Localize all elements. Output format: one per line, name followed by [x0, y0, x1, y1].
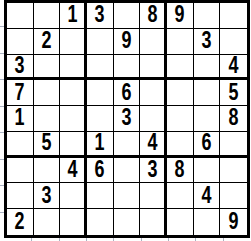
- sudoku-cell[interactable]: [167, 106, 194, 132]
- sudoku-cell[interactable]: [34, 55, 61, 81]
- sudoku-cell[interactable]: [114, 55, 141, 81]
- given-digit: 9: [229, 210, 239, 234]
- gridline-tick: [0, 132, 4, 133]
- sudoku-cell[interactable]: [220, 158, 247, 184]
- sudoku-cell[interactable]: [34, 80, 61, 106]
- given-digit: 8: [175, 158, 185, 182]
- given-digit: 3: [95, 3, 105, 27]
- given-digit: 1: [95, 132, 105, 155]
- sudoku-cell[interactable]: [140, 183, 167, 209]
- sudoku-cell[interactable]: [34, 106, 61, 132]
- given-digit: 6: [122, 81, 132, 105]
- sudoku-cell[interactable]: [194, 209, 221, 235]
- sudoku-cell[interactable]: 3: [34, 183, 61, 209]
- sudoku-cell[interactable]: [167, 209, 194, 235]
- sudoku-cell[interactable]: [87, 29, 114, 55]
- sudoku-cell[interactable]: 1: [7, 106, 34, 132]
- sudoku-cell[interactable]: [167, 80, 194, 106]
- given-digit: 4: [202, 184, 212, 208]
- given-digit: 3: [147, 158, 157, 182]
- sudoku-cell[interactable]: 2: [34, 29, 61, 55]
- sudoku-cell[interactable]: [114, 158, 141, 184]
- given-digit: 8: [147, 3, 157, 27]
- sudoku-cell[interactable]: 8: [140, 3, 167, 29]
- sudoku-cell[interactable]: 9: [167, 3, 194, 29]
- sudoku-cell[interactable]: [140, 209, 167, 235]
- sudoku-cell[interactable]: [60, 209, 87, 235]
- given-digit: 1: [15, 106, 25, 130]
- sudoku-cell[interactable]: [87, 80, 114, 106]
- sudoku-cell[interactable]: [140, 106, 167, 132]
- sudoku-cell[interactable]: 2: [7, 209, 34, 235]
- sudoku-cell[interactable]: [34, 158, 61, 184]
- sudoku-cell[interactable]: 8: [220, 106, 247, 132]
- sudoku-cell[interactable]: 6: [114, 80, 141, 106]
- given-digit: 4: [147, 132, 157, 155]
- given-digit: 1: [67, 3, 77, 27]
- sudoku-cell[interactable]: 3: [7, 55, 34, 81]
- sudoku-cell[interactable]: [167, 29, 194, 55]
- given-digit: 3: [15, 55, 25, 78]
- sudoku-cell[interactable]: [87, 106, 114, 132]
- sudoku-cell[interactable]: [220, 29, 247, 55]
- sudoku-screenshot: 138929334765138514646383429: [0, 0, 251, 241]
- given-digit: 3: [42, 184, 52, 208]
- sudoku-cell[interactable]: 4: [194, 183, 221, 209]
- given-digit: 9: [122, 29, 132, 53]
- sudoku-cell[interactable]: [194, 55, 221, 81]
- sudoku-cell[interactable]: 9: [114, 29, 141, 55]
- sudoku-cell[interactable]: [60, 29, 87, 55]
- sudoku-cell[interactable]: 3: [140, 158, 167, 184]
- gridline-tick: [0, 79, 4, 80]
- sudoku-cell[interactable]: 3: [114, 106, 141, 132]
- given-digit: 5: [42, 132, 52, 155]
- sudoku-cell[interactable]: [167, 183, 194, 209]
- sudoku-cell[interactable]: [114, 3, 141, 29]
- given-digit: 8: [229, 106, 239, 130]
- sudoku-cell[interactable]: [60, 106, 87, 132]
- given-digit: 3: [122, 106, 132, 130]
- gridline-tick: [0, 212, 4, 213]
- given-digit: 4: [229, 55, 239, 78]
- sudoku-cell[interactable]: [87, 209, 114, 235]
- sudoku-cell[interactable]: [7, 183, 34, 209]
- sudoku-cell[interactable]: [60, 55, 87, 81]
- sudoku-cell[interactable]: [87, 55, 114, 81]
- gridline-tick: [0, 53, 4, 54]
- sudoku-cell[interactable]: [114, 209, 141, 235]
- sudoku-cell[interactable]: [60, 183, 87, 209]
- sudoku-cell[interactable]: [220, 132, 247, 158]
- sudoku-cell[interactable]: 6: [194, 132, 221, 158]
- sudoku-cell[interactable]: [140, 55, 167, 81]
- sudoku-cell[interactable]: 4: [60, 158, 87, 184]
- sudoku-cell[interactable]: 7: [7, 80, 34, 106]
- sudoku-cell[interactable]: 1: [87, 132, 114, 158]
- sudoku-cell[interactable]: [114, 183, 141, 209]
- sudoku-cell[interactable]: 4: [140, 132, 167, 158]
- sudoku-cell[interactable]: 5: [220, 80, 247, 106]
- gridline-tick: [0, 185, 4, 186]
- sudoku-cell[interactable]: [194, 158, 221, 184]
- sudoku-cell[interactable]: 4: [220, 55, 247, 81]
- sudoku-cell[interactable]: 8: [167, 158, 194, 184]
- sudoku-cell[interactable]: [220, 3, 247, 29]
- sudoku-cell[interactable]: [7, 132, 34, 158]
- gridline-tick: [0, 159, 4, 160]
- sudoku-cell[interactable]: 6: [87, 158, 114, 184]
- sudoku-cell[interactable]: [194, 106, 221, 132]
- given-digit: 6: [95, 158, 105, 182]
- sudoku-cell[interactable]: [7, 3, 34, 29]
- sudoku-cell[interactable]: [34, 209, 61, 235]
- given-digit: 5: [229, 81, 239, 105]
- given-digit: 6: [202, 132, 212, 155]
- sudoku-cell[interactable]: [87, 183, 114, 209]
- sudoku-cell[interactable]: 9: [220, 209, 247, 235]
- sudoku-cell[interactable]: [34, 3, 61, 29]
- sudoku-cell[interactable]: 3: [194, 29, 221, 55]
- sudoku-cell[interactable]: [167, 132, 194, 158]
- given-digit: 2: [15, 210, 25, 234]
- sudoku-cell[interactable]: [194, 80, 221, 106]
- sudoku-cell[interactable]: [220, 183, 247, 209]
- sudoku-cell[interactable]: [60, 80, 87, 106]
- sudoku-board: 138929334765138514646383429: [4, 0, 250, 238]
- sudoku-cell[interactable]: [140, 80, 167, 106]
- sudoku-cell[interactable]: [7, 29, 34, 55]
- gridline-tick: [0, 26, 4, 27]
- sudoku-cell[interactable]: 1: [60, 3, 87, 29]
- sudoku-cell[interactable]: 5: [34, 132, 61, 158]
- sudoku-cell[interactable]: [7, 158, 34, 184]
- sudoku-cell[interactable]: 3: [87, 3, 114, 29]
- given-digit: 2: [42, 29, 52, 53]
- given-digit: 9: [175, 3, 185, 27]
- sudoku-cell[interactable]: [140, 29, 167, 55]
- sudoku-cell[interactable]: [60, 132, 87, 158]
- given-digit: 3: [202, 29, 212, 53]
- sudoku-cell[interactable]: [194, 3, 221, 29]
- sudoku-cell[interactable]: [167, 55, 194, 81]
- given-digit: 7: [15, 81, 25, 105]
- gridline-tick: [0, 106, 4, 107]
- sudoku-cell[interactable]: [114, 132, 141, 158]
- given-digit: 4: [67, 158, 77, 182]
